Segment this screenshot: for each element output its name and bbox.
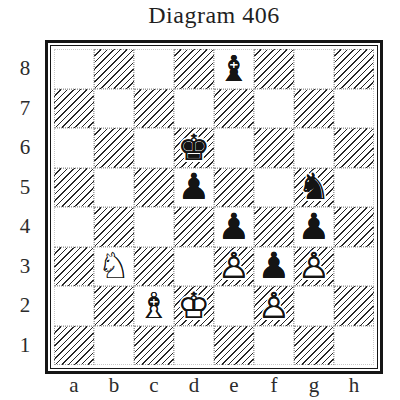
square-a4 xyxy=(54,207,94,247)
square-a5 xyxy=(54,168,94,208)
file-label-g: g xyxy=(294,372,334,398)
white-pawn-g3: ♟♙ xyxy=(294,247,334,287)
file-labels: abcdefgh xyxy=(54,372,374,398)
white-king-d2: ♚♔ xyxy=(174,286,214,326)
square-d6: ♚♚ xyxy=(174,128,214,168)
black-pawn-d5: ♟♟ xyxy=(174,168,214,208)
square-d5: ♟♟ xyxy=(174,168,214,208)
board-inner-frame: ♝♝♚♚♟♟♞♞♟♟♟♟♞♘♟♙♟♟♟♙♝♗♚♔♟♙ xyxy=(50,45,378,369)
square-c6 xyxy=(134,128,174,168)
square-g6 xyxy=(294,128,334,168)
square-h7 xyxy=(334,89,374,129)
square-h6 xyxy=(334,128,374,168)
square-d4 xyxy=(174,207,214,247)
square-a2 xyxy=(54,286,94,326)
square-h3 xyxy=(334,247,374,287)
black-king-d6: ♚♚ xyxy=(174,128,214,168)
square-a3 xyxy=(54,247,94,287)
square-b3: ♞♘ xyxy=(94,247,134,287)
black-pawn-e4: ♟♟ xyxy=(214,207,254,247)
square-h4 xyxy=(334,207,374,247)
square-f2: ♟♙ xyxy=(254,286,294,326)
rank-label-7: 7 xyxy=(12,89,38,129)
square-c1 xyxy=(134,326,174,366)
rank-label-1: 1 xyxy=(12,326,38,366)
square-h2 xyxy=(334,286,374,326)
square-g5: ♞♞ xyxy=(294,168,334,208)
square-a6 xyxy=(54,128,94,168)
square-b2 xyxy=(94,286,134,326)
square-g2 xyxy=(294,286,334,326)
square-e6 xyxy=(214,128,254,168)
black-bishop-e8: ♝♝ xyxy=(214,49,254,89)
square-f4 xyxy=(254,207,294,247)
rank-label-4: 4 xyxy=(12,207,38,247)
square-g8 xyxy=(294,49,334,89)
square-b1 xyxy=(94,326,134,366)
square-g3: ♟♙ xyxy=(294,247,334,287)
square-h8 xyxy=(334,49,374,89)
square-f1 xyxy=(254,326,294,366)
diagram-title: Diagram 406 xyxy=(45,2,383,29)
black-knight-g5: ♞♞ xyxy=(294,168,334,208)
square-e7 xyxy=(214,89,254,129)
file-label-h: h xyxy=(334,372,374,398)
square-a8 xyxy=(54,49,94,89)
square-e2 xyxy=(214,286,254,326)
square-g4: ♟♟ xyxy=(294,207,334,247)
black-pawn-f3: ♟♟ xyxy=(254,247,294,287)
white-bishop-c2: ♝♗ xyxy=(134,286,174,326)
file-label-a: a xyxy=(54,372,94,398)
rank-label-2: 2 xyxy=(12,286,38,326)
square-e1 xyxy=(214,326,254,366)
square-c7 xyxy=(134,89,174,129)
rank-label-3: 3 xyxy=(12,247,38,287)
square-d1 xyxy=(174,326,214,366)
square-f7 xyxy=(254,89,294,129)
file-label-f: f xyxy=(254,372,294,398)
rank-label-5: 5 xyxy=(12,168,38,208)
file-label-d: d xyxy=(174,372,214,398)
white-knight-b3: ♞♘ xyxy=(94,247,134,287)
square-a1 xyxy=(54,326,94,366)
square-d8 xyxy=(174,49,214,89)
square-b4 xyxy=(94,207,134,247)
square-b6 xyxy=(94,128,134,168)
square-e5 xyxy=(214,168,254,208)
square-d7 xyxy=(174,89,214,129)
black-pawn-g4: ♟♟ xyxy=(294,207,334,247)
chess-board: ♝♝♚♚♟♟♞♞♟♟♟♟♞♘♟♙♟♟♟♙♝♗♚♔♟♙ xyxy=(54,49,374,365)
square-g1 xyxy=(294,326,334,366)
square-b8 xyxy=(94,49,134,89)
square-c4 xyxy=(134,207,174,247)
square-b5 xyxy=(94,168,134,208)
square-c5 xyxy=(134,168,174,208)
square-f8 xyxy=(254,49,294,89)
file-label-b: b xyxy=(94,372,134,398)
rank-labels: 87654321 xyxy=(12,49,38,365)
square-d3 xyxy=(174,247,214,287)
rank-label-6: 6 xyxy=(12,128,38,168)
square-f5 xyxy=(254,168,294,208)
square-c3 xyxy=(134,247,174,287)
square-f3: ♟♟ xyxy=(254,247,294,287)
square-f6 xyxy=(254,128,294,168)
square-a7 xyxy=(54,89,94,129)
square-c8 xyxy=(134,49,174,89)
square-e8: ♝♝ xyxy=(214,49,254,89)
square-d2: ♚♔ xyxy=(174,286,214,326)
rank-label-8: 8 xyxy=(12,49,38,89)
white-pawn-f2: ♟♙ xyxy=(254,286,294,326)
square-c2: ♝♗ xyxy=(134,286,174,326)
square-h5 xyxy=(334,168,374,208)
square-e3: ♟♙ xyxy=(214,247,254,287)
square-h1 xyxy=(334,326,374,366)
square-g7 xyxy=(294,89,334,129)
square-b7 xyxy=(94,89,134,129)
board-frame: ♝♝♚♚♟♟♞♞♟♟♟♟♞♘♟♙♟♟♟♙♝♗♚♔♟♙ xyxy=(45,40,383,374)
white-pawn-e3: ♟♙ xyxy=(214,247,254,287)
chess-diagram-page: Diagram 406 87654321 ♝♝♚♚♟♟♞♞♟♟♟♟♞♘♟♙♟♟♟… xyxy=(0,0,400,400)
file-label-c: c xyxy=(134,372,174,398)
file-label-e: e xyxy=(214,372,254,398)
square-e4: ♟♟ xyxy=(214,207,254,247)
